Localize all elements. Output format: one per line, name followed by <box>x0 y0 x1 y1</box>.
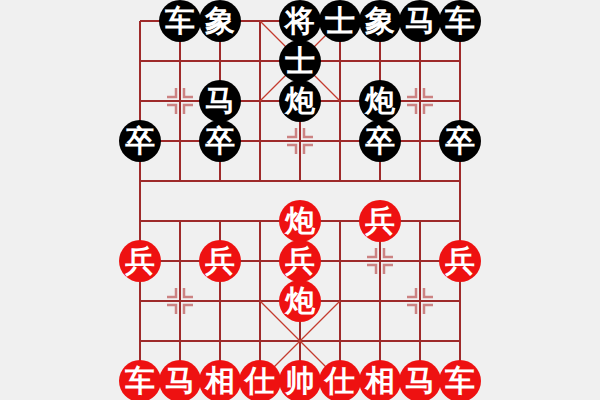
piece-black-horse[interactable]: 马 <box>199 80 241 122</box>
piece-black-pawn[interactable]: 卒 <box>439 120 481 162</box>
piece-red-advisor[interactable]: 仕 <box>239 360 281 400</box>
piece-black-pawn[interactable]: 卒 <box>119 120 161 162</box>
piece-red-horse[interactable]: 马 <box>159 360 201 400</box>
piece-red-cannon[interactable]: 炮 <box>279 280 321 322</box>
piece-black-cannon[interactable]: 炮 <box>359 80 401 122</box>
piece-red-pawn[interactable]: 兵 <box>119 240 161 282</box>
piece-black-advisor[interactable]: 士 <box>279 40 321 82</box>
piece-black-chariot[interactable]: 车 <box>439 0 481 42</box>
piece-red-pawn[interactable]: 兵 <box>359 200 401 242</box>
piece-red-chariot[interactable]: 车 <box>119 360 161 400</box>
piece-red-elephant[interactable]: 相 <box>359 360 401 400</box>
piece-black-pawn[interactable]: 卒 <box>199 120 241 162</box>
piece-red-horse[interactable]: 马 <box>399 360 441 400</box>
piece-black-advisor[interactable]: 士 <box>319 0 361 42</box>
piece-red-chariot[interactable]: 车 <box>439 360 481 400</box>
piece-red-pawn[interactable]: 兵 <box>279 240 321 282</box>
piece-red-advisor[interactable]: 仕 <box>319 360 361 400</box>
piece-red-pawn[interactable]: 兵 <box>439 240 481 282</box>
piece-black-cannon[interactable]: 炮 <box>279 80 321 122</box>
piece-red-elephant[interactable]: 相 <box>199 360 241 400</box>
piece-black-elephant[interactable]: 象 <box>199 0 241 42</box>
pieces-layer: 车象将士象马车士马炮炮卒卒卒卒炮兵兵兵兵兵炮车马相仕帅仕相马车 <box>120 1 480 400</box>
piece-black-general[interactable]: 将 <box>279 0 321 42</box>
piece-red-pawn[interactable]: 兵 <box>199 240 241 282</box>
piece-red-cannon[interactable]: 炮 <box>279 200 321 242</box>
piece-black-elephant[interactable]: 象 <box>359 0 401 42</box>
piece-black-pawn[interactable]: 卒 <box>359 120 401 162</box>
xiangqi-board: 车象将士象马车士马炮炮卒卒卒卒炮兵兵兵兵兵炮车马相仕帅仕相马车 <box>0 0 600 400</box>
piece-black-horse[interactable]: 马 <box>399 0 441 42</box>
piece-black-chariot[interactable]: 车 <box>159 0 201 42</box>
piece-red-general[interactable]: 帅 <box>279 360 321 400</box>
